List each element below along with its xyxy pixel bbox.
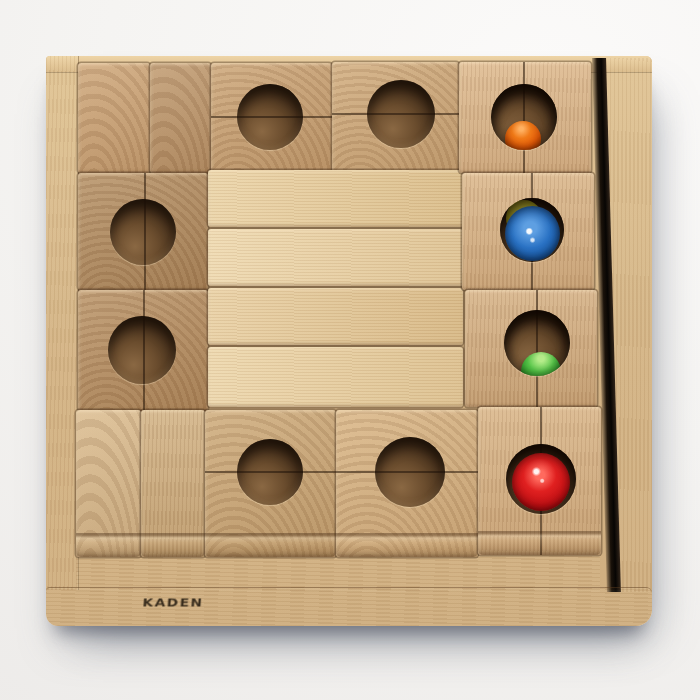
channel-seam [237,116,303,118]
scene: KADEN [0,0,700,700]
bottom-channel-pair-right-hole [375,437,445,507]
channel-seam [367,113,435,115]
marble-green[interactable] [521,352,561,376]
right-column-row1-hole [491,84,557,150]
marble-orange[interactable] [505,121,541,150]
channel-seam [375,471,445,473]
right-column-row2 [462,173,594,290]
top-channel-pair-right [332,62,459,173]
corner-block-top-left-b [150,63,211,173]
bottom-channel-pair-right [336,410,478,557]
corner-block-bottom-left-a [76,410,141,557]
right-column-row3 [465,290,597,407]
right-column-row4-hole [506,444,576,514]
channel-seam [144,199,146,265]
center-plank-3 [208,288,463,345]
center-plank-4 [208,347,463,407]
corner-block-bottom-left-b [141,410,205,557]
bottom-channel-pair-left [205,410,336,557]
center-plank-1 [208,170,463,227]
left-column-row2-pair-hole [110,199,176,265]
left-column-row3-pair [78,290,208,411]
right-column-row2-hole [500,198,564,262]
right-column-row4 [478,407,601,555]
left-column-row3-pair-hole [108,316,176,384]
top-channel-pair-left-hole [237,84,303,150]
channel-seam [237,471,303,473]
center-plank-2 [208,229,463,286]
top-channel-pair-right-hole [367,80,435,148]
blocks-layer [0,0,700,700]
right-column-row3-hole [504,310,570,376]
left-column-row2-pair [78,173,208,290]
bottom-channel-pair-left-hole [237,439,303,505]
top-channel-pair-left [211,63,332,173]
right-column-row1 [459,62,591,173]
channel-seam [143,316,145,384]
marble-red[interactable] [512,453,570,511]
marble-blue[interactable] [505,206,560,261]
corner-block-top-left-a [78,63,150,173]
